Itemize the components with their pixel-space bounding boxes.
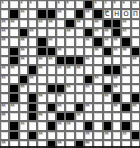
clue-number: 39 <box>20 57 25 60</box>
cell-r11c8[interactable] <box>65 93 74 102</box>
cell-r9c2[interactable] <box>9 75 18 84</box>
cell-r8c5[interactable]: 46 <box>37 65 46 74</box>
cell-r13c15[interactable] <box>131 112 140 121</box>
solved-letter: О <box>122 10 129 17</box>
clue-number: 32 <box>104 38 109 41</box>
cell-r6c7[interactable]: 35 <box>56 47 65 56</box>
cell-r9c14[interactable] <box>121 75 130 84</box>
clue-number: 75 <box>85 132 90 135</box>
cell-r4c4[interactable]: 23 <box>28 28 37 37</box>
black-cell <box>47 47 56 56</box>
cell-r13c9[interactable]: 70 <box>75 112 84 121</box>
clue-number: 78 <box>1 141 6 144</box>
cell-r13c6[interactable] <box>47 112 56 121</box>
black-cell <box>47 9 56 18</box>
clue-number: 55 <box>20 85 25 88</box>
clue-number: 77 <box>122 132 127 135</box>
black-cell <box>19 28 28 37</box>
cell-r1c9[interactable] <box>75 0 84 9</box>
clue-number: 7 <box>104 1 107 4</box>
cell-r15c1[interactable] <box>0 131 9 140</box>
cell-r12c2[interactable]: 63 <box>9 103 18 112</box>
cell-r8c15[interactable] <box>131 65 140 74</box>
black-cell <box>9 9 18 18</box>
clue-number: 45 <box>10 66 15 69</box>
black-cell <box>112 93 121 102</box>
cell-r13c12[interactable] <box>103 112 112 121</box>
cell-r5c3[interactable]: 29 <box>19 37 28 46</box>
cell-r10c11[interactable] <box>93 84 102 93</box>
cell-r2c7[interactable]: 12 <box>56 9 65 18</box>
clue-number: 25 <box>94 29 99 32</box>
clue-number: 8 <box>113 1 116 4</box>
cell-r3c9[interactable]: 19 <box>75 19 84 28</box>
clue-number: 60 <box>57 94 62 97</box>
clue-number: 21 <box>122 20 127 23</box>
crossword-board: 1234567891011121314СНОП15161718192021222… <box>0 0 140 148</box>
cell-r8c14[interactable]: 50 <box>121 65 130 74</box>
cell-r15c11[interactable] <box>93 131 102 140</box>
clue-number: 72 <box>57 122 62 125</box>
clue-number: 66 <box>113 104 118 107</box>
clue-number: 26 <box>104 29 109 32</box>
cell-r6c3[interactable]: 34 <box>19 47 28 56</box>
cell-r7c15[interactable]: 43 <box>131 56 140 65</box>
clue-number: 57 <box>85 85 90 88</box>
cell-r2c15[interactable]: П <box>131 9 140 18</box>
cell-r7c14[interactable] <box>121 56 130 65</box>
cell-r6c10[interactable] <box>84 47 93 56</box>
clue-number: 52 <box>29 76 34 79</box>
cell-r7c13[interactable] <box>112 56 121 65</box>
solved-letter: П <box>132 10 139 17</box>
cell-r9c1[interactable]: 51 <box>0 75 9 84</box>
cell-r5c2[interactable] <box>9 37 18 46</box>
cell-r8c8[interactable]: 48 <box>65 65 74 74</box>
clue-number: 42 <box>85 57 90 60</box>
cell-r5c10[interactable]: 31 <box>84 37 93 46</box>
cell-r9c11[interactable]: 53 <box>93 75 102 84</box>
cell-r14c9[interactable] <box>75 121 84 130</box>
cell-r8c6[interactable] <box>47 65 56 74</box>
cell-r13c2[interactable] <box>9 112 18 121</box>
cell-r5c12[interactable]: 32 <box>103 37 112 46</box>
black-cell <box>65 19 74 28</box>
cell-r6c8[interactable] <box>65 47 74 56</box>
cell-r14c15[interactable] <box>131 121 140 130</box>
cell-r3c4[interactable] <box>28 19 37 28</box>
cell-r12c10[interactable]: 65 <box>84 103 93 112</box>
cell-r13c10[interactable] <box>84 112 93 121</box>
cell-r7c1[interactable] <box>0 56 9 65</box>
black-cell <box>56 84 65 93</box>
black-cell <box>112 19 121 28</box>
cell-r2c10[interactable]: 13 <box>84 9 93 18</box>
cell-r12c11[interactable] <box>93 103 102 112</box>
cell-r11c14[interactable] <box>121 93 130 102</box>
cell-r10c8[interactable]: 56 <box>65 84 74 93</box>
cell-r5c1[interactable]: 28 <box>0 37 9 46</box>
black-cell <box>28 112 37 121</box>
cell-r9c12[interactable] <box>103 75 112 84</box>
cell-r11c12[interactable]: 61 <box>103 93 112 102</box>
clue-number: 43 <box>132 57 137 60</box>
cell-r7c12[interactable] <box>103 56 112 65</box>
cell-r3c6[interactable]: 18 <box>47 19 56 28</box>
clue-number: 31 <box>85 38 90 41</box>
cell-r2c13[interactable]: Н <box>112 9 121 18</box>
cell-r1c12[interactable]: 7 <box>103 0 112 9</box>
cell-r10c10[interactable]: 57 <box>84 84 93 93</box>
black-cell <box>84 28 93 37</box>
cell-r14c5[interactable] <box>37 121 46 130</box>
cell-r4c1[interactable]: 22 <box>0 28 9 37</box>
clue-number: 4 <box>57 1 60 4</box>
clue-number: 61 <box>104 94 109 97</box>
clue-number: 40 <box>38 57 43 60</box>
clue-number: 79 <box>57 141 62 144</box>
cell-r9c15[interactable] <box>131 75 140 84</box>
clue-number: 27 <box>122 29 127 32</box>
cell-r12c13[interactable]: 66 <box>112 103 121 112</box>
cell-r3c1[interactable]: 15 <box>0 19 9 28</box>
cell-r13c11[interactable] <box>93 112 102 121</box>
cell-r6c1[interactable] <box>0 47 9 56</box>
clue-number: 29 <box>20 38 25 41</box>
black-cell <box>75 56 84 65</box>
black-cell <box>56 56 65 65</box>
cell-r2c12[interactable]: 14С <box>103 9 112 18</box>
cell-r15c3[interactable] <box>19 131 28 140</box>
cell-r12c15[interactable]: 67 <box>131 103 140 112</box>
cell-r8c3[interactable] <box>19 65 28 74</box>
cell-r3c3[interactable] <box>19 19 28 28</box>
cell-r1c6[interactable] <box>47 0 56 9</box>
clue-number: 47 <box>57 66 62 69</box>
black-cell <box>28 103 37 112</box>
black-cell <box>121 103 130 112</box>
clue-number: 12 <box>57 10 62 13</box>
clue-number: 73 <box>66 122 71 125</box>
cell-r1c8[interactable]: 5 <box>65 0 74 9</box>
cell-r11c9[interactable] <box>75 93 84 102</box>
cell-r11c1[interactable] <box>0 93 9 102</box>
cell-r4c5[interactable] <box>37 28 46 37</box>
cell-r10c15[interactable] <box>131 84 140 93</box>
clue-number: 71 <box>20 122 25 125</box>
clue-number: 16 <box>10 20 15 23</box>
cell-r10c3[interactable]: 55 <box>19 84 28 93</box>
cell-r4c6[interactable] <box>47 28 56 37</box>
cell-r15c7[interactable] <box>56 131 65 140</box>
cell-r15c10[interactable]: 75 <box>84 131 93 140</box>
cell-r9c9[interactable] <box>75 75 84 84</box>
black-cell <box>28 93 37 102</box>
cell-r11c7[interactable]: 60 <box>56 93 65 102</box>
clue-number: 54 <box>113 76 118 79</box>
cell-r11c3[interactable] <box>19 93 28 102</box>
cell-r15c6[interactable] <box>47 131 56 140</box>
cell-r6c4[interactable] <box>28 47 37 56</box>
cell-r8c7[interactable]: 47 <box>56 65 65 74</box>
cell-r10c1[interactable] <box>0 84 9 93</box>
cell-r5c7[interactable] <box>56 37 65 46</box>
cell-r6c11[interactable]: 36 <box>93 47 102 56</box>
cell-r11c5[interactable]: 59 <box>37 93 46 102</box>
cell-r4c11[interactable]: 25 <box>93 28 102 37</box>
clue-number: 48 <box>66 66 71 69</box>
black-cell <box>103 121 112 130</box>
clue-number: 5 <box>66 1 69 4</box>
cell-r12c3[interactable] <box>19 103 28 112</box>
cell-r12c8[interactable] <box>65 103 74 112</box>
clue-number: 13 <box>85 10 90 13</box>
clue-number: 20 <box>94 20 99 23</box>
clue-number: 38 <box>122 48 127 51</box>
cell-r11c11[interactable] <box>93 93 102 102</box>
clue-number: 36 <box>94 48 99 51</box>
cell-r12c5[interactable] <box>37 103 46 112</box>
clue-number: 10 <box>132 1 137 4</box>
clue-number: 80 <box>85 141 90 144</box>
black-cell <box>9 131 18 140</box>
cell-r5c6[interactable]: 30 <box>47 37 56 46</box>
cell-r14c3[interactable]: 71 <box>19 121 28 130</box>
cell-r10c13[interactable]: 58 <box>112 84 121 93</box>
black-cell <box>47 121 56 130</box>
clue-number: 56 <box>66 85 71 88</box>
clue-number: 22 <box>1 29 6 32</box>
black-cell <box>103 65 112 74</box>
cell-r9c4[interactable]: 52 <box>28 75 37 84</box>
cell-r10c5[interactable] <box>37 84 46 93</box>
black-cell <box>9 121 18 130</box>
cell-r3c11[interactable]: 20 <box>93 19 102 28</box>
cell-r12c1[interactable]: 62 <box>0 103 9 112</box>
black-cell <box>75 9 84 18</box>
cell-r2c1[interactable] <box>0 9 9 18</box>
black-cell <box>121 121 130 130</box>
cell-r1c15[interactable]: 10 <box>131 0 140 9</box>
cell-r3c15[interactable] <box>131 19 140 28</box>
clue-number: 14 <box>104 10 109 13</box>
black-cell <box>56 112 65 121</box>
cell-r9c6[interactable] <box>47 75 56 84</box>
cell-r8c1[interactable]: 44 <box>0 65 9 74</box>
clue-number: 37 <box>113 48 118 51</box>
cell-r7c6[interactable]: 41 <box>47 56 56 65</box>
crossword-image: 1234567891011121314СНОП15161718192021222… <box>0 0 140 148</box>
cell-r8c11[interactable] <box>93 65 102 74</box>
clue-number: 59 <box>38 94 43 97</box>
cell-r7c5[interactable]: 40 <box>37 56 46 65</box>
cell-r1c1[interactable]: 1 <box>0 0 9 9</box>
cell-r13c5[interactable]: 69 <box>37 112 46 121</box>
clue-number: 35 <box>57 48 62 51</box>
cell-r5c13[interactable]: 33 <box>112 37 121 46</box>
clue-number: 76 <box>104 132 109 135</box>
cell-r10c14[interactable] <box>121 84 130 93</box>
clue-number: 51 <box>1 76 6 79</box>
cell-r14c7[interactable]: 72 <box>56 121 65 130</box>
clue-number: 50 <box>122 66 127 69</box>
cell-r7c3[interactable]: 39 <box>19 56 28 65</box>
black-cell <box>9 56 18 65</box>
black-cell <box>65 56 74 65</box>
cell-r11c6[interactable] <box>47 93 56 102</box>
black-cell <box>37 47 46 56</box>
cell-r8c9[interactable]: 49 <box>75 65 84 74</box>
black-cell <box>131 131 140 140</box>
black-cell <box>103 84 112 93</box>
black-cell <box>47 84 56 93</box>
cell-r7c10[interactable]: 42 <box>84 56 93 65</box>
black-cell <box>19 75 28 84</box>
clue-number: 62 <box>1 104 6 107</box>
black-cell <box>84 75 93 84</box>
cell-r8c2[interactable]: 45 <box>9 65 18 74</box>
cell-r14c8[interactable]: 73 <box>65 121 74 130</box>
cell-r15c9[interactable] <box>75 131 84 140</box>
cell-r3c2[interactable]: 16 <box>9 19 18 28</box>
cell-r8c10[interactable] <box>84 65 93 74</box>
black-cell <box>28 131 37 140</box>
cell-r13c13[interactable] <box>112 112 121 121</box>
clue-number: 2 <box>20 1 23 4</box>
cell-r2c8[interactable] <box>65 9 74 18</box>
black-cell <box>93 37 102 46</box>
cell-r9c7[interactable] <box>56 75 65 84</box>
clue-number: 18 <box>48 20 53 23</box>
cell-r9c8[interactable] <box>65 75 74 84</box>
black-cell <box>84 121 93 130</box>
cell-r13c3[interactable] <box>19 112 28 121</box>
clue-number: 65 <box>85 104 90 107</box>
black-cell <box>37 37 46 46</box>
cell-r7c4[interactable] <box>28 56 37 65</box>
cell-r4c9[interactable] <box>75 28 84 37</box>
cell-r2c4[interactable] <box>28 9 37 18</box>
cell-r15c12[interactable]: 76 <box>103 131 112 140</box>
clue-number: 1 <box>1 1 4 4</box>
clue-number: 46 <box>38 66 43 69</box>
black-cell <box>37 9 46 18</box>
clue-number: 17 <box>38 20 43 23</box>
cell-r4c2[interactable] <box>9 28 18 37</box>
cell-r5c8[interactable] <box>65 37 74 46</box>
cell-r13c14[interactable] <box>121 112 130 121</box>
cell-r5c4[interactable] <box>28 37 37 46</box>
cell-r1c2[interactable] <box>9 0 18 9</box>
cell-r3c7[interactable] <box>56 19 65 28</box>
cell-r1c14[interactable]: 9 <box>121 0 130 9</box>
cell-r4c15[interactable] <box>131 28 140 37</box>
cell-r1c3[interactable]: 2 <box>19 0 28 9</box>
clue-number: 15 <box>1 20 6 23</box>
cell-r9c13[interactable]: 54 <box>112 75 121 84</box>
clue-number: 33 <box>113 38 118 41</box>
cell-r9c5[interactable] <box>37 75 46 84</box>
cell-r1c4[interactable]: 3 <box>28 0 37 9</box>
clue-number: 64 <box>57 104 62 107</box>
cell-r11c10[interactable] <box>84 93 93 102</box>
cell-r15c8[interactable] <box>65 131 74 140</box>
clue-number: 19 <box>76 20 81 23</box>
cell-r12c12[interactable] <box>103 103 112 112</box>
black-cell <box>131 93 140 102</box>
cell-r6c14[interactable]: 38 <box>121 47 130 56</box>
clue-number: 34 <box>20 48 25 51</box>
cell-r3c5[interactable]: 17 <box>37 19 46 28</box>
clue-number: 63 <box>10 104 15 107</box>
cell-r14c1[interactable] <box>0 121 9 130</box>
cell-r10c9[interactable] <box>75 84 84 93</box>
black-cell <box>103 19 112 28</box>
clue-number: 69 <box>38 113 43 116</box>
solved-letter: Н <box>113 10 120 17</box>
cell-r4c14[interactable]: 27 <box>121 28 130 37</box>
black-cell <box>9 47 18 56</box>
cell-r4c12[interactable]: 26 <box>103 28 112 37</box>
black-cell <box>84 0 93 9</box>
clue-number: 44 <box>1 66 6 69</box>
cell-r15c13[interactable] <box>112 131 121 140</box>
clue-number: 49 <box>76 66 81 69</box>
cell-r4c8[interactable]: 24 <box>65 28 74 37</box>
cell-r14c4[interactable] <box>28 121 37 130</box>
clue-number: 9 <box>122 1 125 4</box>
clue-number: 11 <box>20 10 25 13</box>
black-cell <box>9 84 18 93</box>
black-cell <box>131 47 140 56</box>
cell-r2c3[interactable]: 11 <box>19 9 28 18</box>
cell-r15c5[interactable]: 74 <box>37 131 46 140</box>
clue-number: 28 <box>1 38 6 41</box>
cell-r5c15[interactable] <box>131 37 140 46</box>
cell-r4c7[interactable] <box>56 28 65 37</box>
cell-r6c9[interactable] <box>75 47 84 56</box>
clue-number: 30 <box>48 38 53 41</box>
black-cell <box>121 37 130 46</box>
cell-r1c5[interactable] <box>37 0 46 9</box>
cell-r2c14[interactable]: О <box>121 9 130 18</box>
black-cell <box>75 103 84 112</box>
clue-number: 24 <box>66 29 71 32</box>
cell-r13c1[interactable]: 68 <box>0 112 9 121</box>
cell-r15c14[interactable]: 77 <box>121 131 130 140</box>
black-cell <box>103 47 112 56</box>
cell-r3c10[interactable] <box>84 19 93 28</box>
black-cell <box>47 103 56 112</box>
clue-number: 6 <box>94 1 97 4</box>
cell-r7c11[interactable] <box>93 56 102 65</box>
clue-number: 68 <box>1 113 6 116</box>
cell-r10c4[interactable] <box>28 84 37 93</box>
clue-number: 70 <box>76 113 81 116</box>
cell-r1c7[interactable]: 4 <box>56 0 65 9</box>
cell-r1c13[interactable]: 8 <box>112 0 121 9</box>
cell-r3c14[interactable]: 21 <box>121 19 130 28</box>
cell-r5c9[interactable] <box>75 37 84 46</box>
clue-number: 67 <box>132 104 137 107</box>
cell-r1c11[interactable]: 6 <box>93 0 102 9</box>
black-cell <box>112 28 121 37</box>
cell-r14c13[interactable] <box>112 121 121 130</box>
clue-number: 41 <box>48 57 53 60</box>
cell-r6c13[interactable]: 37 <box>112 47 121 56</box>
cell-r14c11[interactable] <box>93 121 102 130</box>
cell-r12c7[interactable]: 64 <box>56 103 65 112</box>
